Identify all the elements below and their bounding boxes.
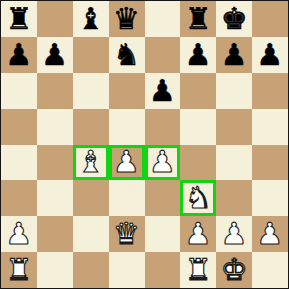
black-pawn: ♟ (216, 37, 252, 73)
square-h4[interactable] (252, 145, 288, 181)
square-g4[interactable] (216, 145, 252, 181)
black-pawn: ♟ (252, 37, 288, 73)
square-e2[interactable] (145, 216, 181, 252)
square-a1[interactable]: ♜ (1, 252, 37, 288)
square-f7[interactable]: ♟ (180, 37, 216, 73)
white-pawn: ♟ (252, 216, 288, 252)
white-pawn: ♟ (145, 145, 181, 181)
chess-board: ♜♝♛♜♚♟♟♞♟♟♟♟♝♟♟♞♟♛♟♟♟♜♜♚ (0, 0, 289, 289)
black-knight: ♞ (109, 37, 145, 73)
square-a5[interactable] (1, 109, 37, 145)
square-c8[interactable]: ♝ (73, 1, 109, 37)
square-c4[interactable]: ♝ (73, 145, 109, 181)
square-a6[interactable] (1, 73, 37, 109)
square-d1[interactable] (109, 252, 145, 288)
square-h6[interactable] (252, 73, 288, 109)
square-b3[interactable] (37, 180, 73, 216)
square-d4[interactable]: ♟ (109, 145, 145, 181)
square-c2[interactable] (73, 216, 109, 252)
square-g8[interactable]: ♚ (216, 1, 252, 37)
square-c7[interactable] (73, 37, 109, 73)
square-b2[interactable] (37, 216, 73, 252)
square-f5[interactable] (180, 109, 216, 145)
square-d8[interactable]: ♛ (109, 1, 145, 37)
square-e7[interactable] (145, 37, 181, 73)
square-c6[interactable] (73, 73, 109, 109)
square-g6[interactable] (216, 73, 252, 109)
square-e1[interactable] (145, 252, 181, 288)
square-f2[interactable]: ♟ (180, 216, 216, 252)
black-rook: ♜ (180, 1, 216, 37)
square-a3[interactable] (1, 180, 37, 216)
white-king: ♚ (216, 252, 252, 288)
square-e4[interactable]: ♟ (145, 145, 181, 181)
square-d6[interactable] (109, 73, 145, 109)
square-f3[interactable]: ♞ (180, 180, 216, 216)
square-a8[interactable]: ♜ (1, 1, 37, 37)
square-c3[interactable] (73, 180, 109, 216)
black-pawn: ♟ (145, 73, 181, 109)
square-g5[interactable] (216, 109, 252, 145)
white-queen: ♛ (109, 216, 145, 252)
square-f4[interactable] (180, 145, 216, 181)
black-queen: ♛ (109, 1, 145, 37)
black-pawn: ♟ (180, 37, 216, 73)
square-a4[interactable] (1, 145, 37, 181)
square-d7[interactable]: ♞ (109, 37, 145, 73)
square-a7[interactable]: ♟ (1, 37, 37, 73)
square-h5[interactable] (252, 109, 288, 145)
square-f8[interactable]: ♜ (180, 1, 216, 37)
square-f6[interactable] (180, 73, 216, 109)
square-g3[interactable] (216, 180, 252, 216)
square-d2[interactable]: ♛ (109, 216, 145, 252)
square-b7[interactable]: ♟ (37, 37, 73, 73)
square-b6[interactable] (37, 73, 73, 109)
square-b4[interactable] (37, 145, 73, 181)
square-d5[interactable] (109, 109, 145, 145)
white-knight: ♞ (180, 180, 216, 216)
square-c1[interactable] (73, 252, 109, 288)
white-bishop: ♝ (73, 145, 109, 181)
square-h8[interactable] (252, 1, 288, 37)
white-pawn: ♟ (216, 216, 252, 252)
square-e8[interactable] (145, 1, 181, 37)
black-bishop: ♝ (73, 1, 109, 37)
square-b8[interactable] (37, 1, 73, 37)
square-f1[interactable]: ♜ (180, 252, 216, 288)
square-b5[interactable] (37, 109, 73, 145)
white-pawn: ♟ (1, 216, 37, 252)
square-h7[interactable]: ♟ (252, 37, 288, 73)
square-g1[interactable]: ♚ (216, 252, 252, 288)
black-king: ♚ (216, 1, 252, 37)
black-pawn: ♟ (37, 37, 73, 73)
black-rook: ♜ (1, 1, 37, 37)
square-e6[interactable]: ♟ (145, 73, 181, 109)
square-c5[interactable] (73, 109, 109, 145)
square-b1[interactable] (37, 252, 73, 288)
white-pawn: ♟ (180, 216, 216, 252)
square-a2[interactable]: ♟ (1, 216, 37, 252)
square-h1[interactable] (252, 252, 288, 288)
square-d3[interactable] (109, 180, 145, 216)
square-e3[interactable] (145, 180, 181, 216)
square-e5[interactable] (145, 109, 181, 145)
square-g7[interactable]: ♟ (216, 37, 252, 73)
square-h2[interactable]: ♟ (252, 216, 288, 252)
white-rook: ♜ (180, 252, 216, 288)
black-pawn: ♟ (1, 37, 37, 73)
square-g2[interactable]: ♟ (216, 216, 252, 252)
white-pawn: ♟ (109, 145, 145, 181)
square-h3[interactable] (252, 180, 288, 216)
white-rook: ♜ (1, 252, 37, 288)
